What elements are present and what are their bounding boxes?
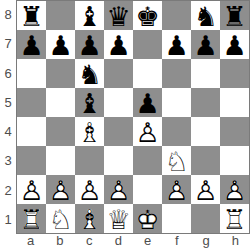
square-h6[interactable] bbox=[220, 59, 249, 88]
white-piece-outline: ♙ bbox=[46, 176, 75, 204]
square-c6[interactable]: ♞ bbox=[75, 59, 104, 88]
white-pawn[interactable]: ♟♙ bbox=[46, 176, 75, 204]
square-a5[interactable] bbox=[17, 88, 46, 117]
black-bishop[interactable]: ♝ bbox=[75, 89, 104, 117]
white-king[interactable]: ♚♔ bbox=[133, 205, 162, 233]
white-rook[interactable]: ♜♖ bbox=[17, 205, 46, 233]
square-e2[interactable] bbox=[133, 175, 162, 204]
square-h5[interactable] bbox=[220, 88, 249, 117]
rank-label-8: 8 bbox=[0, 0, 16, 29]
square-f7[interactable]: ♟ bbox=[162, 30, 191, 59]
square-a3[interactable] bbox=[17, 146, 46, 175]
square-h4[interactable] bbox=[220, 117, 249, 146]
file-label-b: b bbox=[45, 234, 74, 250]
square-e6[interactable] bbox=[133, 59, 162, 88]
square-f8[interactable] bbox=[162, 1, 191, 30]
white-piece-outline: ♙ bbox=[104, 176, 133, 204]
square-a2[interactable]: ♟♙ bbox=[17, 175, 46, 204]
black-pawn[interactable]: ♟ bbox=[104, 31, 133, 59]
white-piece-outline: ♔ bbox=[133, 205, 162, 233]
square-f3[interactable]: ♞♘ bbox=[162, 146, 191, 175]
square-e8[interactable]: ♚ bbox=[133, 1, 162, 30]
white-knight[interactable]: ♞♘ bbox=[162, 147, 191, 175]
chess-board[interactable]: ♜♝♛♚♞♜♟♟♟♟♟♟♟♞♝♟♝♗♟♙♞♘♟♙♟♙♟♙♟♙♟♙♟♙♟♙♜♖♞♘… bbox=[16, 0, 250, 234]
square-h7[interactable]: ♟ bbox=[220, 30, 249, 59]
square-h2[interactable]: ♟♙ bbox=[220, 175, 249, 204]
rank-label-4: 4 bbox=[0, 117, 16, 146]
square-c8[interactable]: ♝ bbox=[75, 1, 104, 30]
white-pawn[interactable]: ♟♙ bbox=[191, 176, 220, 204]
white-piece-outline: ♙ bbox=[191, 176, 220, 204]
file-label-d: d bbox=[104, 234, 133, 250]
square-h3[interactable] bbox=[220, 146, 249, 175]
square-b8[interactable] bbox=[46, 1, 75, 30]
white-pawn[interactable]: ♟♙ bbox=[17, 176, 46, 204]
file-label-a: a bbox=[16, 234, 45, 250]
rank-label-3: 3 bbox=[0, 146, 16, 175]
black-pawn[interactable]: ♟ bbox=[46, 31, 75, 59]
white-pawn[interactable]: ♟♙ bbox=[162, 176, 191, 204]
white-piece-outline: ♙ bbox=[75, 176, 104, 204]
white-piece-outline: ♖ bbox=[220, 205, 249, 233]
square-g4[interactable] bbox=[191, 117, 220, 146]
black-pawn[interactable]: ♟ bbox=[133, 89, 162, 117]
square-g7[interactable]: ♟ bbox=[191, 30, 220, 59]
square-e4[interactable]: ♟♙ bbox=[133, 117, 162, 146]
rank-label-1: 1 bbox=[0, 205, 16, 234]
square-e5[interactable]: ♟ bbox=[133, 88, 162, 117]
square-b1[interactable]: ♞♘ bbox=[46, 204, 75, 233]
rank-label-7: 7 bbox=[0, 29, 16, 58]
square-g1[interactable] bbox=[191, 204, 220, 233]
square-e7[interactable] bbox=[133, 30, 162, 59]
square-g6[interactable] bbox=[191, 59, 220, 88]
black-pawn[interactable]: ♟ bbox=[220, 31, 249, 59]
square-g3[interactable] bbox=[191, 146, 220, 175]
square-h8[interactable]: ♜ bbox=[220, 1, 249, 30]
white-piece-outline: ♖ bbox=[17, 205, 46, 233]
white-pawn[interactable]: ♟♙ bbox=[220, 176, 249, 204]
white-piece-outline: ♕ bbox=[104, 205, 133, 233]
black-knight[interactable]: ♞ bbox=[191, 2, 220, 30]
square-c3[interactable] bbox=[75, 146, 104, 175]
square-b4[interactable] bbox=[46, 117, 75, 146]
white-piece-outline: ♘ bbox=[46, 205, 75, 233]
square-a4[interactable] bbox=[17, 117, 46, 146]
square-g5[interactable] bbox=[191, 88, 220, 117]
black-king[interactable]: ♚ bbox=[133, 2, 162, 30]
square-d4[interactable] bbox=[104, 117, 133, 146]
white-piece-outline: ♙ bbox=[133, 118, 162, 146]
file-label-c: c bbox=[75, 234, 104, 250]
white-piece-outline: ♗ bbox=[75, 118, 104, 146]
black-rook[interactable]: ♜ bbox=[17, 2, 46, 30]
white-piece-outline: ♙ bbox=[162, 176, 191, 204]
white-piece-outline: ♙ bbox=[17, 176, 46, 204]
white-pawn[interactable]: ♟♙ bbox=[104, 176, 133, 204]
square-h1[interactable]: ♜♖ bbox=[220, 204, 249, 233]
square-d7[interactable]: ♟ bbox=[104, 30, 133, 59]
file-label-h: h bbox=[221, 234, 250, 250]
square-c4[interactable]: ♝♗ bbox=[75, 117, 104, 146]
square-b5[interactable] bbox=[46, 88, 75, 117]
square-f6[interactable] bbox=[162, 59, 191, 88]
white-pawn[interactable]: ♟♙ bbox=[75, 176, 104, 204]
white-piece-outline: ♘ bbox=[162, 147, 191, 175]
black-bishop[interactable]: ♝ bbox=[75, 2, 104, 30]
square-c2[interactable]: ♟♙ bbox=[75, 175, 104, 204]
square-a8[interactable]: ♜ bbox=[17, 1, 46, 30]
white-piece-outline: ♙ bbox=[220, 176, 249, 204]
square-a7[interactable]: ♟ bbox=[17, 30, 46, 59]
file-label-f: f bbox=[162, 234, 191, 250]
white-rook[interactable]: ♜♖ bbox=[220, 205, 249, 233]
square-a1[interactable]: ♜♖ bbox=[17, 204, 46, 233]
white-knight[interactable]: ♞♘ bbox=[46, 205, 75, 233]
rank-label-2: 2 bbox=[0, 176, 16, 205]
white-bishop[interactable]: ♝♗ bbox=[75, 118, 104, 146]
square-g8[interactable]: ♞ bbox=[191, 1, 220, 30]
square-f2[interactable]: ♟♙ bbox=[162, 175, 191, 204]
black-pawn[interactable]: ♟ bbox=[75, 31, 104, 59]
black-rook[interactable]: ♜ bbox=[220, 2, 249, 30]
black-queen[interactable]: ♛ bbox=[104, 2, 133, 30]
square-c1[interactable]: ♝♗ bbox=[75, 204, 104, 233]
rank-label-6: 6 bbox=[0, 59, 16, 88]
square-e1[interactable]: ♚♔ bbox=[133, 204, 162, 233]
black-pawn[interactable]: ♟ bbox=[191, 31, 220, 59]
white-bishop[interactable]: ♝♗ bbox=[75, 205, 104, 233]
white-queen[interactable]: ♛♕ bbox=[104, 205, 133, 233]
file-label-g: g bbox=[192, 234, 221, 250]
file-labels: abcdefgh bbox=[16, 234, 250, 250]
black-pawn[interactable]: ♟ bbox=[162, 31, 191, 59]
chess-position-screenshot: 87654321 ♜♝♛♚♞♜♟♟♟♟♟♟♟♞♝♟♝♗♟♙♞♘♟♙♟♙♟♙♟♙♟… bbox=[0, 0, 250, 250]
white-pawn[interactable]: ♟♙ bbox=[133, 118, 162, 146]
square-b7[interactable]: ♟ bbox=[46, 30, 75, 59]
file-label-e: e bbox=[133, 234, 162, 250]
square-e3[interactable] bbox=[133, 146, 162, 175]
square-b3[interactable] bbox=[46, 146, 75, 175]
white-piece-outline: ♗ bbox=[75, 205, 104, 233]
rank-labels: 87654321 bbox=[0, 0, 16, 234]
black-knight[interactable]: ♞ bbox=[75, 60, 104, 88]
square-b2[interactable]: ♟♙ bbox=[46, 175, 75, 204]
square-c5[interactable]: ♝ bbox=[75, 88, 104, 117]
square-c7[interactable]: ♟ bbox=[75, 30, 104, 59]
square-d8[interactable]: ♛ bbox=[104, 1, 133, 30]
square-d2[interactable]: ♟♙ bbox=[104, 175, 133, 204]
square-g2[interactable]: ♟♙ bbox=[191, 175, 220, 204]
square-b6[interactable] bbox=[46, 59, 75, 88]
square-f5[interactable] bbox=[162, 88, 191, 117]
square-a6[interactable] bbox=[17, 59, 46, 88]
square-f4[interactable] bbox=[162, 117, 191, 146]
square-d1[interactable]: ♛♕ bbox=[104, 204, 133, 233]
black-pawn[interactable]: ♟ bbox=[17, 31, 46, 59]
square-d6[interactable] bbox=[104, 59, 133, 88]
square-d5[interactable] bbox=[104, 88, 133, 117]
rank-label-5: 5 bbox=[0, 88, 16, 117]
square-f1[interactable] bbox=[162, 204, 191, 233]
square-d3[interactable] bbox=[104, 146, 133, 175]
